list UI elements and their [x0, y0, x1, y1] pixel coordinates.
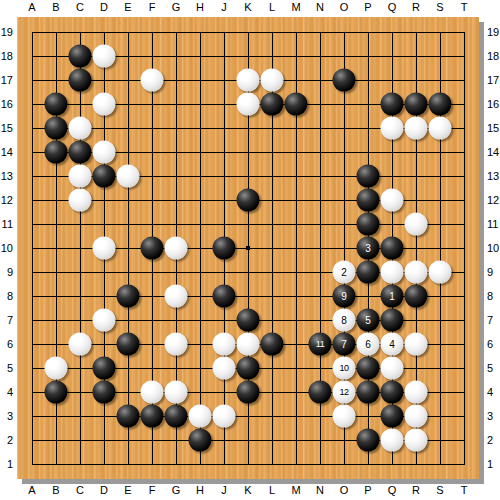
- coord-label-bottom-B: B: [52, 484, 59, 496]
- stone-white-Q6[interactable]: 4: [381, 333, 404, 356]
- stone-white-L17[interactable]: [261, 69, 284, 92]
- move-number-label: 3: [365, 243, 371, 253]
- coord-label-bottom-Q: Q: [388, 484, 397, 496]
- stone-black-H2[interactable]: [189, 429, 212, 452]
- stone-black-J10[interactable]: [213, 237, 236, 260]
- coord-label-top-D: D: [100, 1, 108, 13]
- coord-label-right-4: 4: [487, 386, 493, 398]
- stone-black-Q8[interactable]: 1: [381, 285, 404, 308]
- coord-label-left-7: 7: [0, 314, 13, 326]
- stone-white-R2[interactable]: [405, 429, 428, 452]
- coord-label-left-4: 4: [0, 386, 13, 398]
- stone-white-P6[interactable]: 6: [357, 333, 380, 356]
- coord-label-left-8: 8: [0, 290, 13, 302]
- stone-black-P2[interactable]: [357, 429, 380, 452]
- coord-label-top-F: F: [149, 1, 156, 13]
- move-number-label: 11: [316, 340, 324, 349]
- coord-label-right-18: 18: [487, 50, 499, 62]
- grid-line-vertical: [464, 32, 465, 465]
- stone-white-G4[interactable]: [165, 381, 188, 404]
- coord-label-bottom-C: C: [76, 484, 84, 496]
- coord-label-left-5: 5: [0, 362, 13, 374]
- stone-black-K4[interactable]: [237, 381, 260, 404]
- stone-white-Q12[interactable]: [381, 189, 404, 212]
- stone-white-Q2[interactable]: [381, 429, 404, 452]
- stone-black-M16[interactable]: [285, 93, 308, 116]
- stone-black-K12[interactable]: [237, 189, 260, 212]
- stone-black-R16[interactable]: [405, 93, 428, 116]
- coord-label-right-7: 7: [487, 314, 493, 326]
- coord-label-left-19: 19: [0, 26, 13, 38]
- stone-black-Q3[interactable]: [381, 405, 404, 428]
- coord-label-bottom-H: H: [196, 484, 204, 496]
- move-number-label: 1: [389, 291, 395, 301]
- move-number-label: 12: [339, 388, 348, 397]
- stone-white-O7[interactable]: 8: [333, 309, 356, 332]
- coord-label-right-9: 9: [487, 266, 493, 278]
- stone-black-O8[interactable]: 9: [333, 285, 356, 308]
- stone-black-C18[interactable]: [69, 45, 92, 68]
- stone-white-R15[interactable]: [405, 117, 428, 140]
- move-number-label: 8: [341, 315, 347, 325]
- coord-label-bottom-E: E: [124, 484, 131, 496]
- stone-black-P7[interactable]: 5: [357, 309, 380, 332]
- coord-label-top-A: A: [28, 1, 35, 13]
- stone-white-R4[interactable]: [405, 381, 428, 404]
- move-number-label: 6: [365, 339, 371, 349]
- stone-white-H3[interactable]: [189, 405, 212, 428]
- stone-black-B16[interactable]: [45, 93, 68, 116]
- coord-label-right-14: 14: [487, 146, 499, 158]
- stone-black-K7[interactable]: [237, 309, 260, 332]
- coord-label-left-16: 16: [0, 98, 13, 110]
- coord-label-bottom-N: N: [316, 484, 324, 496]
- stone-black-P4[interactable]: [357, 381, 380, 404]
- stone-black-B4[interactable]: [45, 381, 68, 404]
- coord-label-left-1: 1: [0, 458, 13, 470]
- stone-white-K17[interactable]: [237, 69, 260, 92]
- coord-label-left-15: 15: [0, 122, 13, 134]
- coord-label-bottom-T: T: [461, 484, 468, 496]
- coord-label-left-11: 11: [0, 218, 13, 230]
- stone-black-F3[interactable]: [141, 405, 164, 428]
- coord-label-bottom-F: F: [149, 484, 156, 496]
- stone-white-S9[interactable]: [429, 261, 452, 284]
- coord-label-right-8: 8: [487, 290, 493, 302]
- coord-label-right-10: 10: [487, 242, 499, 254]
- stone-white-O5[interactable]: 10: [333, 357, 356, 380]
- stone-white-Q5[interactable]: [381, 357, 404, 380]
- stone-white-O4[interactable]: 12: [333, 381, 356, 404]
- coord-label-right-1: 1: [487, 458, 493, 470]
- coord-label-top-L: L: [269, 1, 275, 13]
- stone-black-E8[interactable]: [117, 285, 140, 308]
- coord-label-left-2: 2: [0, 434, 13, 446]
- move-number-label: 4: [389, 339, 395, 349]
- stone-black-O6[interactable]: 7: [333, 333, 356, 356]
- stone-white-R11[interactable]: [405, 213, 428, 236]
- stone-black-C14[interactable]: [69, 141, 92, 164]
- coord-label-bottom-K: K: [244, 484, 251, 496]
- go-app-screen: 329185117641012 AABBCCDDEEFFGGHHJJKKLLMM…: [0, 0, 500, 500]
- stone-white-C13[interactable]: [69, 165, 92, 188]
- stone-white-D14[interactable]: [93, 141, 116, 164]
- coord-label-left-13: 13: [0, 170, 13, 182]
- stone-black-D4[interactable]: [93, 381, 116, 404]
- coord-label-top-G: G: [172, 1, 181, 13]
- move-number-label: 7: [341, 339, 347, 349]
- stone-white-F4[interactable]: [141, 381, 164, 404]
- stone-white-R9[interactable]: [405, 261, 428, 284]
- coord-label-left-3: 3: [0, 410, 13, 422]
- coord-label-right-3: 3: [487, 410, 493, 422]
- coord-label-right-6: 6: [487, 338, 493, 350]
- stone-black-O17[interactable]: [333, 69, 356, 92]
- stone-black-J8[interactable]: [213, 285, 236, 308]
- coord-label-right-2: 2: [487, 434, 493, 446]
- move-number-label: 9: [341, 291, 347, 301]
- coord-label-top-S: S: [436, 1, 443, 13]
- stone-white-K16[interactable]: [237, 93, 260, 116]
- stone-black-B14[interactable]: [45, 141, 68, 164]
- coord-label-right-16: 16: [487, 98, 499, 110]
- stone-white-G10[interactable]: [165, 237, 188, 260]
- coord-label-left-9: 9: [0, 266, 13, 278]
- stone-black-Q16[interactable]: [381, 93, 404, 116]
- stone-white-B5[interactable]: [45, 357, 68, 380]
- stone-white-D18[interactable]: [93, 45, 116, 68]
- stone-white-R3[interactable]: [405, 405, 428, 428]
- coord-label-bottom-S: S: [436, 484, 443, 496]
- stone-black-N4[interactable]: [309, 381, 332, 404]
- stone-black-S16[interactable]: [429, 93, 452, 116]
- stone-black-P12[interactable]: [357, 189, 380, 212]
- stone-white-G6[interactable]: [165, 333, 188, 356]
- coord-label-top-B: B: [52, 1, 59, 13]
- stone-white-O9[interactable]: 2: [333, 261, 356, 284]
- stone-white-R6[interactable]: [405, 333, 428, 356]
- stone-white-J6[interactable]: [213, 333, 236, 356]
- stone-black-P5[interactable]: [357, 357, 380, 380]
- coord-label-right-11: 11: [487, 218, 498, 230]
- stone-white-C12[interactable]: [69, 189, 92, 212]
- stone-black-P13[interactable]: [357, 165, 380, 188]
- coord-label-top-K: K: [244, 1, 251, 13]
- coord-label-top-N: N: [316, 1, 324, 13]
- stone-white-Q9[interactable]: [381, 261, 404, 284]
- coord-label-left-10: 10: [0, 242, 13, 254]
- stone-black-G3[interactable]: [165, 405, 188, 428]
- coord-label-bottom-P: P: [364, 484, 371, 496]
- stone-black-E6[interactable]: [117, 333, 140, 356]
- stone-black-Q4[interactable]: [381, 381, 404, 404]
- move-number-label: 10: [339, 364, 348, 373]
- coord-label-left-6: 6: [0, 338, 13, 350]
- move-number-label: 5: [365, 315, 371, 325]
- stone-black-L16[interactable]: [261, 93, 284, 116]
- coord-label-top-R: R: [412, 1, 420, 13]
- grid-line-horizontal: [32, 464, 465, 465]
- coord-label-right-13: 13: [487, 170, 499, 182]
- stone-black-E3[interactable]: [117, 405, 140, 428]
- coord-label-right-12: 12: [487, 194, 499, 206]
- coord-label-bottom-R: R: [412, 484, 420, 496]
- stone-white-C6[interactable]: [69, 333, 92, 356]
- stone-black-P11[interactable]: [357, 213, 380, 236]
- stone-white-O3[interactable]: [333, 405, 356, 428]
- coord-label-top-T: T: [461, 1, 468, 13]
- coord-label-left-12: 12: [0, 194, 13, 206]
- coord-label-top-J: J: [221, 1, 227, 13]
- stone-white-G8[interactable]: [165, 285, 188, 308]
- stone-white-F17[interactable]: [141, 69, 164, 92]
- stone-white-D16[interactable]: [93, 93, 116, 116]
- stone-black-C17[interactable]: [69, 69, 92, 92]
- coord-label-top-H: H: [196, 1, 204, 13]
- stone-black-K5[interactable]: [237, 357, 260, 380]
- coord-label-bottom-G: G: [172, 484, 181, 496]
- coord-label-top-O: O: [340, 1, 349, 13]
- stone-black-D5[interactable]: [93, 357, 116, 380]
- stone-black-Q10[interactable]: [381, 237, 404, 260]
- stone-black-F10[interactable]: [141, 237, 164, 260]
- stone-black-L6[interactable]: [261, 333, 284, 356]
- coord-label-bottom-L: L: [269, 484, 275, 496]
- coord-label-bottom-J: J: [221, 484, 227, 496]
- stone-black-P9[interactable]: [357, 261, 380, 284]
- coord-label-right-17: 17: [487, 74, 499, 86]
- coord-label-bottom-M: M: [291, 484, 300, 496]
- stone-white-Q15[interactable]: [381, 117, 404, 140]
- stone-black-Q7[interactable]: [381, 309, 404, 332]
- coord-label-bottom-O: O: [340, 484, 349, 496]
- coord-label-bottom-A: A: [28, 484, 35, 496]
- stone-black-D13[interactable]: [93, 165, 116, 188]
- stone-white-C15[interactable]: [69, 117, 92, 140]
- coord-label-top-M: M: [291, 1, 300, 13]
- stone-white-D7[interactable]: [93, 309, 116, 332]
- move-number-label: 2: [341, 267, 347, 277]
- stone-black-P10[interactable]: 3: [357, 237, 380, 260]
- goban[interactable]: 329185117641012: [17, 17, 479, 479]
- coord-label-top-C: C: [76, 1, 84, 13]
- coord-label-left-17: 17: [0, 74, 13, 86]
- stone-white-K6[interactable]: [237, 333, 260, 356]
- coord-label-top-Q: Q: [388, 1, 397, 13]
- coord-label-right-15: 15: [487, 122, 499, 134]
- coord-label-left-18: 18: [0, 50, 13, 62]
- stone-white-J5[interactable]: [213, 357, 236, 380]
- star-point-K10: [246, 246, 250, 250]
- stone-black-B15[interactable]: [45, 117, 68, 140]
- stone-black-R8[interactable]: [405, 285, 428, 308]
- coord-label-right-5: 5: [487, 362, 493, 374]
- coord-label-top-E: E: [124, 1, 131, 13]
- stone-white-J3[interactable]: [213, 405, 236, 428]
- stone-white-S15[interactable]: [429, 117, 452, 140]
- coord-label-bottom-D: D: [100, 484, 108, 496]
- stone-white-D10[interactable]: [93, 237, 116, 260]
- coord-label-left-14: 14: [0, 146, 13, 158]
- coord-label-right-19: 19: [487, 26, 499, 38]
- stone-white-E13[interactable]: [117, 165, 140, 188]
- stone-black-N6[interactable]: 11: [309, 333, 332, 356]
- coord-label-top-P: P: [364, 1, 371, 13]
